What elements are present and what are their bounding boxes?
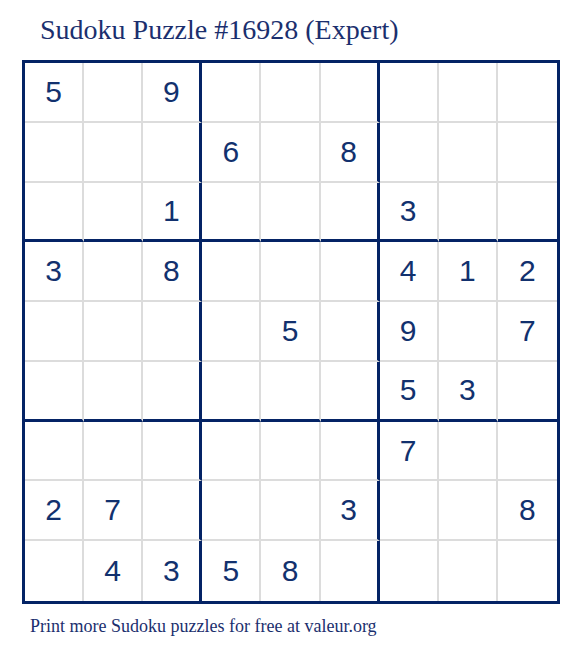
sudoku-cell-r3c1 (25, 183, 84, 243)
sudoku-cell-r5c2 (84, 302, 143, 362)
sudoku-cell-r4c3: 8 (143, 242, 202, 302)
sudoku-cell-r8c7 (380, 481, 439, 541)
sudoku-cell-r4c7: 4 (380, 242, 439, 302)
sudoku-cell-r9c7 (380, 541, 439, 601)
sudoku-cell-r1c1: 5 (25, 63, 84, 123)
sudoku-cell-r6c7: 5 (380, 362, 439, 422)
sudoku-cell-r9c3: 3 (143, 541, 202, 601)
sudoku-cell-r8c4 (202, 481, 261, 541)
sudoku-cell-r7c7: 7 (380, 422, 439, 482)
sudoku-cell-r2c7 (380, 123, 439, 183)
sudoku-cell-r2c3 (143, 123, 202, 183)
sudoku-cell-r5c8 (439, 302, 498, 362)
sudoku-cell-r6c8: 3 (439, 362, 498, 422)
sudoku-cell-r7c1 (25, 422, 84, 482)
sudoku-cell-r3c4 (202, 183, 261, 243)
sudoku-cell-r8c3 (143, 481, 202, 541)
sudoku-cell-r5c7: 9 (380, 302, 439, 362)
sudoku-cell-r2c8 (439, 123, 498, 183)
sudoku-cell-r7c4 (202, 422, 261, 482)
sudoku-cell-r1c8 (439, 63, 498, 123)
sudoku-cell-r6c5 (261, 362, 320, 422)
sudoku-cell-r2c6: 8 (321, 123, 380, 183)
sudoku-cell-r3c9 (498, 183, 557, 243)
sudoku-cell-r6c4 (202, 362, 261, 422)
sudoku-cell-r9c2: 4 (84, 541, 143, 601)
sudoku-cell-r3c7: 3 (380, 183, 439, 243)
sudoku-cell-r4c6 (321, 242, 380, 302)
footer-text: Print more Sudoku puzzles for free at va… (30, 616, 377, 637)
sudoku-cell-r4c8: 1 (439, 242, 498, 302)
sudoku-cell-r3c6 (321, 183, 380, 243)
sudoku-cell-r3c5 (261, 183, 320, 243)
sudoku-cell-r4c1: 3 (25, 242, 84, 302)
sudoku-cell-r1c9 (498, 63, 557, 123)
sudoku-cell-r4c4 (202, 242, 261, 302)
sudoku-cell-r7c6 (321, 422, 380, 482)
sudoku-cell-r7c9 (498, 422, 557, 482)
sudoku-cell-r9c4: 5 (202, 541, 261, 601)
page-title: Sudoku Puzzle #16928 (Expert) (40, 15, 399, 46)
sudoku-cell-r5c3 (143, 302, 202, 362)
sudoku-cell-r5c1 (25, 302, 84, 362)
sudoku-cell-r6c3 (143, 362, 202, 422)
sudoku-cell-r8c6: 3 (321, 481, 380, 541)
sudoku-cell-r6c2 (84, 362, 143, 422)
sudoku-cell-r1c3: 9 (143, 63, 202, 123)
sudoku-cell-r9c5: 8 (261, 541, 320, 601)
sudoku-cell-r8c1: 2 (25, 481, 84, 541)
sudoku-cell-r1c7 (380, 63, 439, 123)
sudoku-cell-r9c6 (321, 541, 380, 601)
sudoku-cell-r8c9: 8 (498, 481, 557, 541)
sudoku-cell-r2c1 (25, 123, 84, 183)
sudoku-cell-r6c9 (498, 362, 557, 422)
sudoku-cell-r2c4: 6 (202, 123, 261, 183)
sudoku-cell-r6c1 (25, 362, 84, 422)
sudoku-cell-r8c2: 7 (84, 481, 143, 541)
sudoku-cell-r9c8 (439, 541, 498, 601)
sudoku-cell-r2c2 (84, 123, 143, 183)
sudoku-cell-r9c9 (498, 541, 557, 601)
sudoku-cell-r5c5: 5 (261, 302, 320, 362)
sudoku-cell-r8c5 (261, 481, 320, 541)
sudoku-cell-r4c5 (261, 242, 320, 302)
sudoku-cell-r1c6 (321, 63, 380, 123)
sudoku-cell-r5c4 (202, 302, 261, 362)
sudoku-cell-r6c6 (321, 362, 380, 422)
sudoku-cell-r4c2 (84, 242, 143, 302)
sudoku-board: 5968133841259753727384358 (22, 60, 560, 604)
sudoku-cell-r1c5 (261, 63, 320, 123)
sudoku-cell-r3c2 (84, 183, 143, 243)
sudoku-cell-r8c8 (439, 481, 498, 541)
sudoku-cell-r3c8 (439, 183, 498, 243)
sudoku-cell-r4c9: 2 (498, 242, 557, 302)
sudoku-cell-r9c1 (25, 541, 84, 601)
sudoku-cell-r1c2 (84, 63, 143, 123)
sudoku-cell-r1c4 (202, 63, 261, 123)
sudoku-cell-r7c3 (143, 422, 202, 482)
sudoku-cell-r5c6 (321, 302, 380, 362)
sudoku-cell-r7c2 (84, 422, 143, 482)
sudoku-cell-r7c8 (439, 422, 498, 482)
sudoku-cell-r7c5 (261, 422, 320, 482)
sudoku-cell-r2c9 (498, 123, 557, 183)
sudoku-cell-r2c5 (261, 123, 320, 183)
sudoku-cell-r3c3: 1 (143, 183, 202, 243)
sudoku-cell-r5c9: 7 (498, 302, 557, 362)
